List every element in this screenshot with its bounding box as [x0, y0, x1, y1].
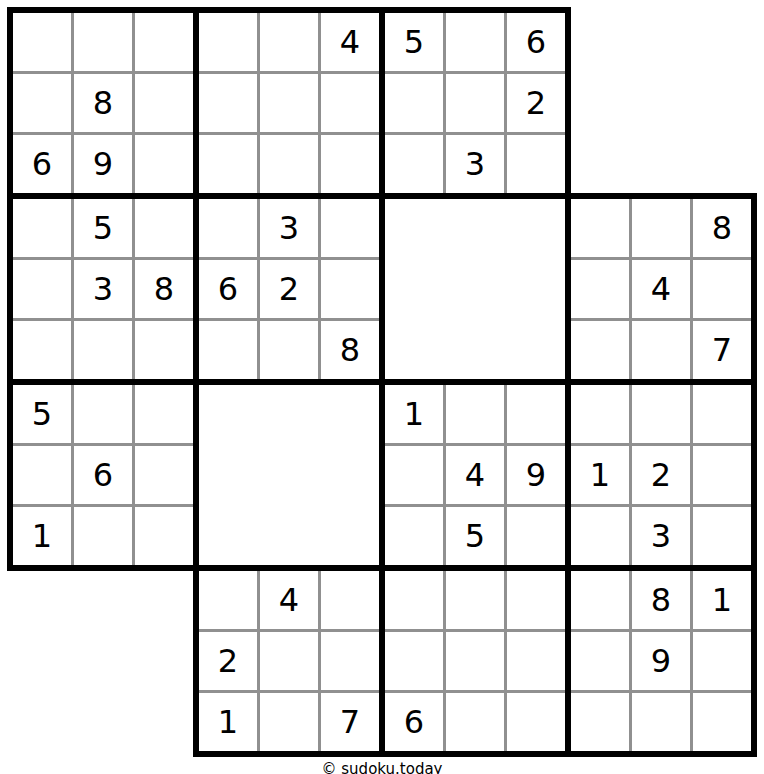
cell-r10c6[interactable]: [320, 568, 383, 631]
cell-r3c2[interactable]: 9: [73, 134, 134, 197]
cell-r3c12: [692, 134, 755, 197]
cell-r6c6[interactable]: 8: [320, 320, 383, 383]
cell-r10c10[interactable]: [568, 568, 631, 631]
cell-r3c3[interactable]: [134, 134, 197, 197]
cell-r10c4[interactable]: [196, 568, 259, 631]
cell-r8c11[interactable]: 2: [631, 445, 692, 506]
cell-r6c1[interactable]: [10, 320, 73, 383]
cell-r1c11: [631, 10, 692, 73]
cell-r4c11[interactable]: [631, 196, 692, 259]
cell-r12c10[interactable]: [568, 692, 631, 755]
cell-r7c8[interactable]: [445, 382, 506, 445]
void-box-area-r5c7: [382, 259, 445, 320]
cell-r2c6[interactable]: [320, 73, 383, 134]
cell-r8c12[interactable]: [692, 445, 755, 506]
void-box-area-r9c5: [259, 506, 320, 569]
cell-r12c4[interactable]: 1: [196, 692, 259, 755]
cell-r6c12[interactable]: 7: [692, 320, 755, 383]
void-box-area-r9c6: [320, 506, 383, 569]
void-box-area-r8c5: [259, 445, 320, 506]
cell-r10c5[interactable]: 4: [259, 568, 320, 631]
cell-r6c4[interactable]: [196, 320, 259, 383]
cell-r12c5[interactable]: [259, 692, 320, 755]
cell-r5c5[interactable]: 2: [259, 259, 320, 320]
board-row-12: 176: [10, 692, 754, 755]
sudoku-board: 456826935383862487516491215348129176: [7, 7, 757, 757]
cell-r1c6[interactable]: 4: [320, 10, 383, 73]
cell-r1c2[interactable]: [73, 10, 134, 73]
cell-r1c8[interactable]: [445, 10, 506, 73]
void-box-area-r6c8: [445, 320, 506, 383]
cell-r12c11[interactable]: [631, 692, 692, 755]
cell-r3c9[interactable]: [506, 134, 569, 197]
cell-r4c3[interactable]: [134, 196, 197, 259]
cell-r5c6[interactable]: [320, 259, 383, 320]
cell-r9c12[interactable]: [692, 506, 755, 569]
cell-r1c3[interactable]: [134, 10, 197, 73]
cell-r3c6[interactable]: [320, 134, 383, 197]
cell-r10c1: [10, 568, 73, 631]
cell-r8c10[interactable]: 1: [568, 445, 631, 506]
cell-r12c9[interactable]: [506, 692, 569, 755]
void-box-area-r5c8: [445, 259, 506, 320]
cell-r4c1[interactable]: [10, 196, 73, 259]
cell-r10c8[interactable]: [445, 568, 506, 631]
cell-r1c9[interactable]: 6: [506, 10, 569, 73]
void-box-area-r7c6: [320, 382, 383, 445]
cell-r1c4[interactable]: [196, 10, 259, 73]
cell-r11c9[interactable]: [506, 631, 569, 692]
board-row-11: 29: [10, 631, 754, 692]
cell-r5c12[interactable]: [692, 259, 755, 320]
cell-r5c1[interactable]: [10, 259, 73, 320]
void-box-area-r5c9: [506, 259, 569, 320]
cell-r2c1[interactable]: [10, 73, 73, 134]
cell-r8c3[interactable]: [134, 445, 197, 506]
cell-r5c2[interactable]: 3: [73, 259, 134, 320]
cell-r10c9[interactable]: [506, 568, 569, 631]
cell-r3c4[interactable]: [196, 134, 259, 197]
void-box-area-r4c9: [506, 196, 569, 259]
cell-r12c3: [134, 692, 197, 755]
cell-r7c9[interactable]: [506, 382, 569, 445]
void-box-area-r8c6: [320, 445, 383, 506]
cell-r9c11[interactable]: 3: [631, 506, 692, 569]
cell-r5c4[interactable]: 6: [196, 259, 259, 320]
cell-r1c7[interactable]: 5: [382, 10, 445, 73]
puzzle-page: 456826935383862487516491215348129176 © s…: [0, 0, 764, 774]
board-row-2: 82: [10, 73, 754, 134]
cell-r2c7[interactable]: [382, 73, 445, 134]
cell-r9c10[interactable]: [568, 506, 631, 569]
cell-r3c5[interactable]: [259, 134, 320, 197]
cell-r8c8[interactable]: 4: [445, 445, 506, 506]
cell-r10c12[interactable]: 1: [692, 568, 755, 631]
cell-r11c11[interactable]: 9: [631, 631, 692, 692]
copyright-text: © sudoku.today: [7, 760, 757, 774]
cell-r1c12: [692, 10, 755, 73]
cell-r12c6[interactable]: 7: [320, 692, 383, 755]
cell-r12c1: [10, 692, 73, 755]
cell-r2c4[interactable]: [196, 73, 259, 134]
board-row-9: 153: [10, 506, 754, 569]
void-box-area-r4c8: [445, 196, 506, 259]
cell-r9c1[interactable]: 1: [10, 506, 73, 569]
cell-r12c12[interactable]: [692, 692, 755, 755]
cell-r11c2: [73, 631, 134, 692]
cell-r6c2[interactable]: [73, 320, 134, 383]
cell-r1c5[interactable]: [259, 10, 320, 73]
cell-r2c5[interactable]: [259, 73, 320, 134]
cell-r5c3[interactable]: 8: [134, 259, 197, 320]
cell-r4c2[interactable]: 5: [73, 196, 134, 259]
cell-r7c12[interactable]: [692, 382, 755, 445]
cell-r7c3[interactable]: [134, 382, 197, 445]
cell-r4c12[interactable]: 8: [692, 196, 755, 259]
cell-r7c10[interactable]: [568, 382, 631, 445]
cell-r10c11[interactable]: 8: [631, 568, 692, 631]
cell-r12c8[interactable]: [445, 692, 506, 755]
cell-r9c3[interactable]: [134, 506, 197, 569]
cell-r2c8[interactable]: [445, 73, 506, 134]
board-row-6: 87: [10, 320, 754, 383]
cell-r12c7[interactable]: 6: [382, 692, 445, 755]
cell-r1c1[interactable]: [10, 10, 73, 73]
cell-r7c2[interactable]: [73, 382, 134, 445]
cell-r9c7[interactable]: [382, 506, 445, 569]
cell-r10c2: [73, 568, 134, 631]
cell-r2c12: [692, 73, 755, 134]
cell-r11c7[interactable]: [382, 631, 445, 692]
cell-r7c11[interactable]: [631, 382, 692, 445]
cell-r4c6[interactable]: [320, 196, 383, 259]
cell-r11c10[interactable]: [568, 631, 631, 692]
board-row-5: 38624: [10, 259, 754, 320]
cell-r4c10[interactable]: [568, 196, 631, 259]
cell-r11c1: [10, 631, 73, 692]
cell-r11c3: [134, 631, 197, 692]
void-box-area-r7c5: [259, 382, 320, 445]
cell-r12c2: [73, 692, 134, 755]
cell-r9c2[interactable]: [73, 506, 134, 569]
void-box-area-r7c4: [196, 382, 259, 445]
cell-r11c6[interactable]: [320, 631, 383, 692]
cell-r4c5[interactable]: 3: [259, 196, 320, 259]
cell-r3c8[interactable]: 3: [445, 134, 506, 197]
board-row-3: 693: [10, 134, 754, 197]
cell-r2c3[interactable]: [134, 73, 197, 134]
cell-r8c1[interactable]: [10, 445, 73, 506]
void-box-area-r6c9: [506, 320, 569, 383]
cell-r9c8[interactable]: 5: [445, 506, 506, 569]
board-row-1: 456: [10, 10, 754, 73]
cell-r3c1[interactable]: 6: [10, 134, 73, 197]
cell-r4c4[interactable]: [196, 196, 259, 259]
cell-r5c11[interactable]: 4: [631, 259, 692, 320]
cell-r1c10: [568, 10, 631, 73]
cell-r11c8[interactable]: [445, 631, 506, 692]
cell-r8c7[interactable]: [382, 445, 445, 506]
cell-r11c4[interactable]: 2: [196, 631, 259, 692]
board-row-7: 51: [10, 382, 754, 445]
cell-r2c11: [631, 73, 692, 134]
cell-r3c11: [631, 134, 692, 197]
cell-r2c9[interactable]: 2: [506, 73, 569, 134]
board-row-10: 481: [10, 568, 754, 631]
cell-r8c9[interactable]: 9: [506, 445, 569, 506]
cell-r10c7[interactable]: [382, 568, 445, 631]
cell-r11c5[interactable]: [259, 631, 320, 692]
cell-r8c2[interactable]: 6: [73, 445, 134, 506]
board-row-4: 538: [10, 196, 754, 259]
cell-r6c5[interactable]: [259, 320, 320, 383]
cell-r7c1[interactable]: 5: [10, 382, 73, 445]
void-box-area-r9c4: [196, 506, 259, 569]
board-row-8: 64912: [10, 445, 754, 506]
cell-r2c2[interactable]: 8: [73, 73, 134, 134]
void-box-area-r6c7: [382, 320, 445, 383]
cell-r5c10[interactable]: [568, 259, 631, 320]
cell-r10c3: [134, 568, 197, 631]
cell-r6c3[interactable]: [134, 320, 197, 383]
cell-r6c11[interactable]: [631, 320, 692, 383]
cell-r9c9[interactable]: [506, 506, 569, 569]
cell-r11c12[interactable]: [692, 631, 755, 692]
cell-r2c10: [568, 73, 631, 134]
cell-r3c10: [568, 134, 631, 197]
void-box-area-r8c4: [196, 445, 259, 506]
cell-r3c7[interactable]: [382, 134, 445, 197]
cell-r7c7[interactable]: 1: [382, 382, 445, 445]
cell-r6c10[interactable]: [568, 320, 631, 383]
void-box-area-r4c7: [382, 196, 445, 259]
